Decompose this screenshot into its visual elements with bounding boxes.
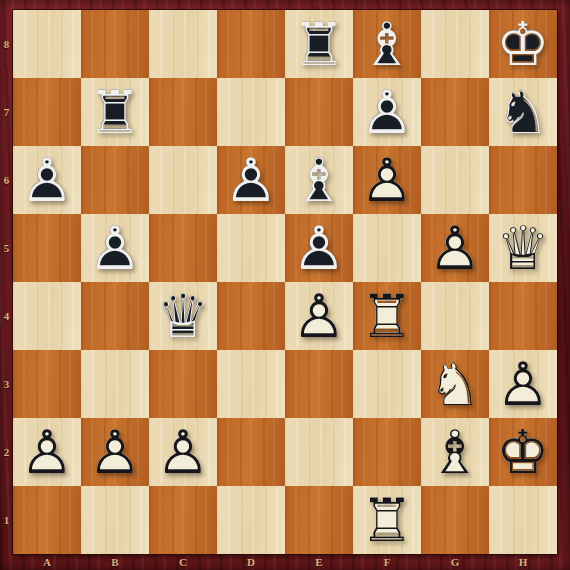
- pawn-outline-icon: ♙: [353, 78, 421, 146]
- square-a8[interactable]: [13, 10, 81, 78]
- pawn-outline-icon: ♙: [13, 146, 81, 214]
- square-f8[interactable]: ♝♗: [353, 10, 421, 78]
- file-label-g: G: [421, 554, 489, 570]
- file-labels: ABCDEFGH: [13, 554, 557, 570]
- white-rook-f1[interactable]: ♜♖: [353, 486, 421, 554]
- white-pawn-e4[interactable]: ♟♙: [285, 282, 353, 350]
- square-f3[interactable]: [353, 350, 421, 418]
- pawn-outline-icon: ♙: [81, 214, 149, 282]
- black-queen-c4[interactable]: ♛♕: [149, 282, 217, 350]
- square-b6[interactable]: [81, 146, 149, 214]
- square-f6[interactable]: ♟♙: [353, 146, 421, 214]
- rank-label-7: 7: [0, 78, 13, 146]
- pawn-outline-icon: ♙: [81, 418, 149, 486]
- square-a6[interactable]: ♟♙: [13, 146, 81, 214]
- square-c8[interactable]: [149, 10, 217, 78]
- file-label-c: C: [149, 554, 217, 570]
- file-label-h: H: [489, 554, 557, 570]
- white-bishop-g2[interactable]: ♝♗: [421, 418, 489, 486]
- bishop-outline-icon: ♗: [285, 146, 353, 214]
- king-outline-icon: ♔: [489, 418, 557, 486]
- square-b4[interactable]: [81, 282, 149, 350]
- square-d8[interactable]: [217, 10, 285, 78]
- black-pawn-b5[interactable]: ♟♙: [81, 214, 149, 282]
- rank-label-2: 2: [0, 418, 13, 486]
- square-a3[interactable]: [13, 350, 81, 418]
- square-h6[interactable]: [489, 146, 557, 214]
- rook-outline-icon: ♖: [353, 486, 421, 554]
- square-d1[interactable]: [217, 486, 285, 554]
- square-c7[interactable]: [149, 78, 217, 146]
- square-b1[interactable]: [81, 486, 149, 554]
- rank-label-1: 1: [0, 486, 13, 554]
- square-d7[interactable]: [217, 78, 285, 146]
- rank-label-6: 6: [0, 146, 13, 214]
- black-rook-e8[interactable]: ♜♖: [285, 10, 353, 78]
- black-king-h8[interactable]: ♚♔: [489, 10, 557, 78]
- square-h8[interactable]: ♚♔: [489, 10, 557, 78]
- square-g6[interactable]: [421, 146, 489, 214]
- pawn-outline-icon: ♙: [353, 146, 421, 214]
- queen-outline-icon: ♕: [489, 214, 557, 282]
- file-label-f: F: [353, 554, 421, 570]
- chessboard-frame: ♜♖♝♗♚♔♜♖♟♙♞♘♟♙♟♙♝♗♟♙♟♙♟♙♟♙♛♕♛♕♟♙♜♖♞♘♟♙♟♙…: [0, 0, 570, 570]
- pawn-outline-icon: ♙: [285, 282, 353, 350]
- pawn-outline-icon: ♙: [421, 214, 489, 282]
- white-pawn-h3[interactable]: ♟♙: [489, 350, 557, 418]
- square-h1[interactable]: [489, 486, 557, 554]
- square-g8[interactable]: [421, 10, 489, 78]
- black-pawn-a6[interactable]: ♟♙: [13, 146, 81, 214]
- square-c3[interactable]: [149, 350, 217, 418]
- rank-label-4: 4: [0, 282, 13, 350]
- square-g5[interactable]: ♟♙: [421, 214, 489, 282]
- pawn-outline-icon: ♙: [489, 350, 557, 418]
- square-h5[interactable]: ♛♕: [489, 214, 557, 282]
- rook-outline-icon: ♖: [81, 78, 149, 146]
- rank-label-5: 5: [0, 214, 13, 282]
- square-g1[interactable]: [421, 486, 489, 554]
- white-pawn-g5[interactable]: ♟♙: [421, 214, 489, 282]
- rank-labels: 87654321: [0, 10, 13, 554]
- square-e3[interactable]: [285, 350, 353, 418]
- white-pawn-b2[interactable]: ♟♙: [81, 418, 149, 486]
- square-d2[interactable]: [217, 418, 285, 486]
- pawn-outline-icon: ♙: [149, 418, 217, 486]
- square-h3[interactable]: ♟♙: [489, 350, 557, 418]
- square-f7[interactable]: ♟♙: [353, 78, 421, 146]
- chessboard: ♜♖♝♗♚♔♜♖♟♙♞♘♟♙♟♙♝♗♟♙♟♙♟♙♟♙♛♕♛♕♟♙♜♖♞♘♟♙♟♙…: [13, 10, 557, 554]
- square-h7[interactable]: ♞♘: [489, 78, 557, 146]
- white-rook-f4[interactable]: ♜♖: [353, 282, 421, 350]
- square-f1[interactable]: ♜♖: [353, 486, 421, 554]
- square-c2[interactable]: ♟♙: [149, 418, 217, 486]
- black-rook-b7[interactable]: ♜♖: [81, 78, 149, 146]
- square-b2[interactable]: ♟♙: [81, 418, 149, 486]
- square-b8[interactable]: [81, 10, 149, 78]
- white-knight-g3[interactable]: ♞♘: [421, 350, 489, 418]
- square-f4[interactable]: ♜♖: [353, 282, 421, 350]
- white-pawn-f6[interactable]: ♟♙: [353, 146, 421, 214]
- square-e2[interactable]: [285, 418, 353, 486]
- black-bishop-e6[interactable]: ♝♗: [285, 146, 353, 214]
- square-a2[interactable]: ♟♙: [13, 418, 81, 486]
- square-h2[interactable]: ♚♔: [489, 418, 557, 486]
- square-g7[interactable]: [421, 78, 489, 146]
- square-d3[interactable]: [217, 350, 285, 418]
- black-pawn-d6[interactable]: ♟♙: [217, 146, 285, 214]
- file-label-e: E: [285, 554, 353, 570]
- square-b3[interactable]: [81, 350, 149, 418]
- square-g4[interactable]: [421, 282, 489, 350]
- square-c1[interactable]: [149, 486, 217, 554]
- white-pawn-c2[interactable]: ♟♙: [149, 418, 217, 486]
- file-label-b: B: [81, 554, 149, 570]
- bishop-outline-icon: ♗: [353, 10, 421, 78]
- white-queen-h5[interactable]: ♛♕: [489, 214, 557, 282]
- square-e7[interactable]: [285, 78, 353, 146]
- square-c5[interactable]: [149, 214, 217, 282]
- black-pawn-e5[interactable]: ♟♙: [285, 214, 353, 282]
- black-pawn-f7[interactable]: ♟♙: [353, 78, 421, 146]
- square-f2[interactable]: [353, 418, 421, 486]
- file-label-a: A: [13, 554, 81, 570]
- square-c4[interactable]: ♛♕: [149, 282, 217, 350]
- rook-outline-icon: ♖: [285, 10, 353, 78]
- square-g3[interactable]: ♞♘: [421, 350, 489, 418]
- square-a4[interactable]: [13, 282, 81, 350]
- pawn-outline-icon: ♙: [285, 214, 353, 282]
- square-e1[interactable]: [285, 486, 353, 554]
- white-pawn-a2[interactable]: ♟♙: [13, 418, 81, 486]
- square-d4[interactable]: [217, 282, 285, 350]
- square-e8[interactable]: ♜♖: [285, 10, 353, 78]
- king-outline-icon: ♔: [489, 10, 557, 78]
- queen-outline-icon: ♕: [149, 282, 217, 350]
- bishop-outline-icon: ♗: [421, 418, 489, 486]
- square-h4[interactable]: [489, 282, 557, 350]
- pawn-outline-icon: ♙: [217, 146, 285, 214]
- rank-label-8: 8: [0, 10, 13, 78]
- rook-outline-icon: ♖: [353, 282, 421, 350]
- square-e5[interactable]: ♟♙: [285, 214, 353, 282]
- square-f5[interactable]: [353, 214, 421, 282]
- pawn-outline-icon: ♙: [13, 418, 81, 486]
- white-king-h2[interactable]: ♚♔: [489, 418, 557, 486]
- square-b7[interactable]: ♜♖: [81, 78, 149, 146]
- black-knight-h7[interactable]: ♞♘: [489, 78, 557, 146]
- knight-outline-icon: ♘: [421, 350, 489, 418]
- square-a1[interactable]: [13, 486, 81, 554]
- square-a7[interactable]: [13, 78, 81, 146]
- black-bishop-f8[interactable]: ♝♗: [353, 10, 421, 78]
- square-b5[interactable]: ♟♙: [81, 214, 149, 282]
- square-e6[interactable]: ♝♗: [285, 146, 353, 214]
- square-e4[interactable]: ♟♙: [285, 282, 353, 350]
- knight-outline-icon: ♘: [489, 78, 557, 146]
- file-label-d: D: [217, 554, 285, 570]
- square-c6[interactable]: [149, 146, 217, 214]
- rank-label-3: 3: [0, 350, 13, 418]
- square-g2[interactable]: ♝♗: [421, 418, 489, 486]
- square-a5[interactable]: [13, 214, 81, 282]
- square-d5[interactable]: [217, 214, 285, 282]
- square-d6[interactable]: ♟♙: [217, 146, 285, 214]
